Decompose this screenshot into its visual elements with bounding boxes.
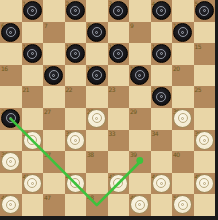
piece-inner-ring xyxy=(74,139,77,142)
white-man-square-32[interactable] xyxy=(66,131,85,150)
light-square-r5c7[interactable] xyxy=(151,108,173,130)
square-11[interactable]: 11 xyxy=(22,43,44,65)
square-43[interactable]: 43 xyxy=(108,173,130,195)
square-number-label: 21 xyxy=(23,86,30,93)
square-22[interactable]: 22 xyxy=(65,86,87,108)
piece-inner-ring xyxy=(160,9,163,12)
light-square-r3c7[interactable] xyxy=(151,65,173,87)
square-number-label: 47 xyxy=(44,194,51,201)
black-man-square-3[interactable] xyxy=(109,1,128,20)
light-square-r1c5[interactable] xyxy=(108,22,130,44)
square-number-label: 37 xyxy=(44,151,51,158)
square-48[interactable]: 48 xyxy=(86,194,108,216)
light-square-r5c1[interactable] xyxy=(22,108,44,130)
square-7[interactable]: 7 xyxy=(43,22,65,44)
black-man-square-24[interactable] xyxy=(152,87,171,106)
black-man-square-11[interactable] xyxy=(23,44,42,63)
piece-inner-ring xyxy=(160,182,163,185)
black-man-square-14[interactable] xyxy=(152,44,171,63)
square-26[interactable]: 26 xyxy=(0,108,22,130)
light-square-r9c3[interactable] xyxy=(65,194,87,216)
light-square-r4c0[interactable] xyxy=(0,86,22,108)
piece-inner-ring xyxy=(31,52,34,55)
square-23[interactable]: 23 xyxy=(108,86,130,108)
square-50[interactable]: 50 xyxy=(172,194,194,216)
square-1[interactable]: 1 xyxy=(22,0,44,22)
light-square-r7c1[interactable] xyxy=(22,151,44,173)
square-10[interactable]: 10 xyxy=(172,22,194,44)
square-number-label: 15 xyxy=(195,43,202,50)
white-man-square-44[interactable] xyxy=(152,174,171,193)
black-man-square-18[interactable] xyxy=(87,66,106,85)
piece-inner-ring xyxy=(203,182,206,185)
light-square-r3c5[interactable] xyxy=(108,65,130,87)
square-number-label: 22 xyxy=(66,86,73,93)
piece-inner-ring xyxy=(117,9,120,12)
white-man-square-41[interactable] xyxy=(23,174,42,193)
square-44[interactable]: 44 xyxy=(151,173,173,195)
light-square-r5c9[interactable] xyxy=(194,108,216,130)
light-square-r8c4[interactable] xyxy=(86,173,108,195)
square-32[interactable]: 32 xyxy=(65,130,87,152)
square-number-label: 34 xyxy=(152,130,159,137)
square-41[interactable]: 41 xyxy=(22,173,44,195)
square-number-label: 48 xyxy=(87,194,94,201)
white-man-square-45[interactable] xyxy=(195,174,214,193)
square-3[interactable]: 3 xyxy=(108,0,130,22)
piece-inner-ring xyxy=(181,117,184,120)
light-square-r0c0[interactable] xyxy=(0,0,22,22)
square-38[interactable]: 38 xyxy=(86,151,108,173)
square-28[interactable]: 28 xyxy=(86,108,108,130)
white-man-square-35[interactable] xyxy=(195,131,214,150)
square-number-label: 29 xyxy=(130,108,137,115)
piece-inner-ring xyxy=(74,9,77,12)
light-square-r8c2[interactable] xyxy=(43,173,65,195)
light-square-r2c0[interactable] xyxy=(0,43,22,65)
piece-inner-ring xyxy=(95,31,98,34)
black-man-square-5[interactable] xyxy=(195,1,214,20)
square-number-label: 20 xyxy=(173,65,180,72)
black-man-square-6[interactable] xyxy=(1,23,20,42)
piece-inner-ring xyxy=(138,74,141,77)
square-45[interactable]: 45 xyxy=(194,173,216,195)
square-27[interactable]: 27 xyxy=(43,108,65,130)
black-man-square-17[interactable] xyxy=(44,66,63,85)
square-20[interactable]: 20 xyxy=(172,65,194,87)
black-man-square-12[interactable] xyxy=(66,44,85,63)
piece-inner-ring xyxy=(160,52,163,55)
piece-inner-ring xyxy=(95,117,98,120)
square-24[interactable]: 24 xyxy=(151,86,173,108)
square-36[interactable]: 36 xyxy=(0,151,22,173)
light-square-r1c7[interactable] xyxy=(151,22,173,44)
black-man-square-2[interactable] xyxy=(66,1,85,20)
light-square-r3c1[interactable] xyxy=(22,65,44,87)
light-square-r4c4[interactable] xyxy=(86,86,108,108)
square-46[interactable]: 46 xyxy=(0,194,22,216)
square-37[interactable]: 37 xyxy=(43,151,65,173)
light-square-r7c3[interactable] xyxy=(65,151,87,173)
square-34[interactable]: 34 xyxy=(151,130,173,152)
piece-inner-ring xyxy=(117,52,120,55)
black-man-square-4[interactable] xyxy=(152,1,171,20)
light-square-r9c9[interactable] xyxy=(194,194,216,216)
square-number-label: 16 xyxy=(1,65,8,72)
light-square-r6c2[interactable] xyxy=(43,130,65,152)
light-square-r7c9[interactable] xyxy=(194,151,216,173)
square-49[interactable]: 49 xyxy=(129,194,151,216)
light-square-r0c8[interactable] xyxy=(172,0,194,22)
square-18[interactable]: 18 xyxy=(86,65,108,87)
light-square-r3c9[interactable] xyxy=(194,65,216,87)
square-25[interactable]: 25 xyxy=(194,86,216,108)
square-number-label: 39 xyxy=(130,151,137,158)
light-square-r2c8[interactable] xyxy=(172,43,194,65)
light-square-r9c1[interactable] xyxy=(22,194,44,216)
light-square-r0c4[interactable] xyxy=(86,0,108,22)
square-30[interactable]: 30 xyxy=(172,108,194,130)
white-man-square-50[interactable] xyxy=(173,195,192,214)
draughts-board: 1234567891011121314151617181920212223242… xyxy=(0,0,215,216)
square-42[interactable]: 42 xyxy=(65,173,87,195)
square-19[interactable]: 19 xyxy=(129,65,151,87)
light-square-r1c9[interactable] xyxy=(194,22,216,44)
square-40[interactable]: 40 xyxy=(172,151,194,173)
light-square-r9c7[interactable] xyxy=(151,194,173,216)
piece-inner-ring xyxy=(203,139,206,142)
square-number-label: 27 xyxy=(44,108,51,115)
piece-inner-ring xyxy=(203,9,206,12)
light-square-r8c0[interactable] xyxy=(0,173,22,195)
square-number-label: 23 xyxy=(109,86,116,93)
white-man-square-49[interactable] xyxy=(130,195,149,214)
white-man-square-43[interactable] xyxy=(109,174,128,193)
square-2[interactable]: 2 xyxy=(65,0,87,22)
piece-inner-ring xyxy=(74,182,77,185)
square-17[interactable]: 17 xyxy=(43,65,65,87)
light-square-r6c8[interactable] xyxy=(172,130,194,152)
piece-inner-ring xyxy=(181,31,184,34)
piece-inner-ring xyxy=(31,9,34,12)
light-square-r8c8[interactable] xyxy=(172,173,194,195)
square-33[interactable]: 33 xyxy=(108,130,130,152)
square-number-label: 25 xyxy=(195,86,202,93)
square-6[interactable]: 6 xyxy=(0,22,22,44)
square-31[interactable]: 31 xyxy=(22,130,44,152)
square-9[interactable]: 9 xyxy=(129,22,151,44)
square-8[interactable]: 8 xyxy=(86,22,108,44)
square-29[interactable]: 29 xyxy=(129,108,151,130)
square-number-label: 9 xyxy=(130,22,133,29)
square-15[interactable]: 15 xyxy=(194,43,216,65)
white-man-square-28[interactable] xyxy=(87,109,106,128)
light-square-r5c3[interactable] xyxy=(65,108,87,130)
square-35[interactable]: 35 xyxy=(194,130,216,152)
black-man-square-1[interactable] xyxy=(23,1,42,20)
square-number-label: 38 xyxy=(87,151,94,158)
light-square-r1c3[interactable] xyxy=(65,22,87,44)
light-square-r6c0[interactable] xyxy=(0,130,22,152)
white-man-square-36[interactable] xyxy=(1,152,20,171)
piece-inner-ring xyxy=(117,182,120,185)
light-square-r4c8[interactable] xyxy=(172,86,194,108)
white-man-square-46[interactable] xyxy=(1,195,20,214)
black-man-square-10[interactable] xyxy=(173,23,192,42)
light-square-r6c4[interactable] xyxy=(86,130,108,152)
light-square-r2c6[interactable] xyxy=(129,43,151,65)
light-square-r9c5[interactable] xyxy=(108,194,130,216)
black-man-square-26[interactable] xyxy=(1,109,20,128)
light-square-r5c5[interactable] xyxy=(108,108,130,130)
square-16[interactable]: 16 xyxy=(0,65,22,87)
piece-inner-ring xyxy=(31,182,34,185)
piece-inner-ring xyxy=(31,139,34,142)
light-square-r4c2[interactable] xyxy=(43,86,65,108)
piece-inner-ring xyxy=(52,74,55,77)
checkers-app-window: 1234567891011121314151617181920212223242… xyxy=(0,0,218,220)
light-square-r8c6[interactable] xyxy=(129,173,151,195)
light-square-r2c4[interactable] xyxy=(86,43,108,65)
square-21[interactable]: 21 xyxy=(22,86,44,108)
light-square-r1c1[interactable] xyxy=(22,22,44,44)
square-number-label: 33 xyxy=(109,130,116,137)
piece-inner-ring xyxy=(9,117,12,120)
light-square-r0c2[interactable] xyxy=(43,0,65,22)
light-square-r0c6[interactable] xyxy=(129,0,151,22)
square-number-label: 40 xyxy=(173,151,180,158)
white-man-square-30[interactable] xyxy=(173,109,192,128)
square-13[interactable]: 13 xyxy=(108,43,130,65)
piece-inner-ring xyxy=(9,31,12,34)
square-number-label: 7 xyxy=(44,22,47,29)
square-39[interactable]: 39 xyxy=(129,151,151,173)
square-4[interactable]: 4 xyxy=(151,0,173,22)
light-square-r7c5[interactable] xyxy=(108,151,130,173)
square-47[interactable]: 47 xyxy=(43,194,65,216)
light-square-r7c7[interactable] xyxy=(151,151,173,173)
white-man-square-31[interactable] xyxy=(23,131,42,150)
light-square-r6c6[interactable] xyxy=(129,130,151,152)
square-5[interactable]: 5 xyxy=(194,0,216,22)
square-14[interactable]: 14 xyxy=(151,43,173,65)
white-man-square-42[interactable] xyxy=(66,174,85,193)
light-square-r2c2[interactable] xyxy=(43,43,65,65)
black-man-square-19[interactable] xyxy=(130,66,149,85)
square-12[interactable]: 12 xyxy=(65,43,87,65)
piece-inner-ring xyxy=(74,52,77,55)
black-man-square-13[interactable] xyxy=(109,44,128,63)
light-square-r4c6[interactable] xyxy=(129,86,151,108)
piece-inner-ring xyxy=(95,74,98,77)
black-man-square-8[interactable] xyxy=(87,23,106,42)
light-square-r3c3[interactable] xyxy=(65,65,87,87)
